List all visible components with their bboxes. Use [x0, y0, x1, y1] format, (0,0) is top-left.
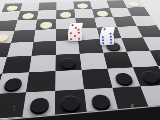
die-pip [110, 39, 112, 41]
die-pip [70, 32, 72, 34]
die-front-face [100, 35, 115, 46]
board-cell[interactable] [26, 71, 55, 92]
die-pip [102, 36, 104, 38]
board-cell[interactable] [29, 55, 56, 73]
board-cell[interactable]: ● [0, 72, 29, 94]
die-pip [103, 28, 106, 30]
checkers-board[interactable]: ●●●●●●●●●●●●●●●●● [0, 0, 160, 120]
checker-piece-black[interactable]: ● [22, 91, 55, 117]
board-photo: ●●●●●●●●●●●●●●●●● 7 E [0, 0, 160, 120]
board-cell[interactable] [11, 30, 35, 43]
file-label-e: E [131, 103, 135, 109]
board-cell[interactable] [55, 70, 84, 91]
die-pip [78, 32, 80, 34]
rank-label-7: 7 [12, 105, 17, 113]
board-cell[interactable] [7, 42, 34, 57]
board-cell[interactable]: ● [55, 89, 87, 115]
die-pip [71, 24, 74, 26]
die-pip [74, 26, 77, 28]
die-pip [110, 42, 112, 44]
board-cell[interactable] [34, 29, 56, 42]
die-pip [102, 39, 104, 41]
checker-piece-black[interactable]: ● [0, 72, 29, 94]
die-front-face [68, 31, 83, 42]
die-pip [102, 42, 104, 44]
die-pip [74, 35, 76, 37]
die-pip [70, 38, 72, 40]
board-cell[interactable]: ● [55, 54, 81, 71]
die-pip [78, 38, 80, 40]
die-pip [110, 36, 112, 38]
checker-piece-black[interactable]: ● [55, 54, 81, 71]
board-cell[interactable] [2, 56, 31, 74]
board-cell[interactable] [32, 41, 56, 56]
checker-piece-black[interactable]: ● [55, 89, 87, 115]
board-cell[interactable]: ● [22, 91, 55, 117]
